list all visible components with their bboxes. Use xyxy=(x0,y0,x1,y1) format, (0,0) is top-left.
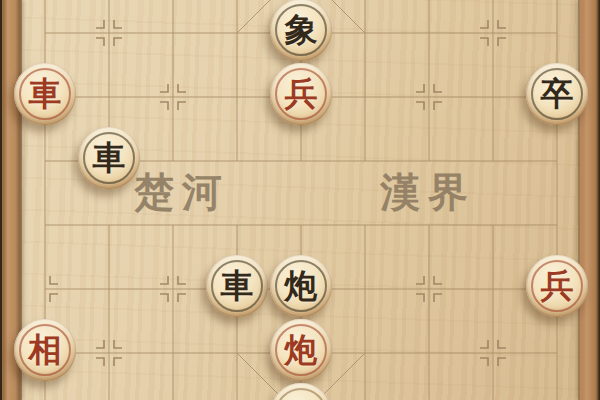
xiangqi-app-screen: 楚河 漢界 象車兵卒車車炮兵相炮 xyxy=(0,0,600,400)
piece-glyph: 兵 xyxy=(285,77,318,110)
piece-black-soldier-i4[interactable]: 卒 xyxy=(526,63,588,125)
piece-red-minister-a8[interactable]: 相 xyxy=(14,319,76,381)
piece-unknown-partial-piece-e9[interactable] xyxy=(270,383,332,400)
piece-black-cannon-e7[interactable]: 炮 xyxy=(270,255,332,317)
piece-glyph: 車 xyxy=(221,269,254,302)
piece-red-soldier-e4[interactable]: 兵 xyxy=(270,63,332,125)
xiangqi-board[interactable]: 楚河 漢界 象車兵卒車車炮兵相炮 xyxy=(0,0,600,400)
piece-glyph: 相 xyxy=(29,333,62,366)
piece-glyph: 象 xyxy=(285,13,318,46)
pieces-layer: 象車兵卒車車炮兵相炮 xyxy=(0,0,600,400)
piece-glyph: 車 xyxy=(29,77,62,110)
piece-glyph: 炮 xyxy=(285,269,318,302)
piece-glyph: 車 xyxy=(93,141,126,174)
piece-glyph: 卒 xyxy=(541,77,574,110)
piece-red-cannon-e8[interactable]: 炮 xyxy=(270,319,332,381)
piece-red-soldier-i7[interactable]: 兵 xyxy=(526,255,588,317)
piece-glyph: 炮 xyxy=(285,333,318,366)
piece-red-chariot-a4[interactable]: 車 xyxy=(14,63,76,125)
piece-glyph: 兵 xyxy=(541,269,574,302)
piece-black-chariot-b5[interactable]: 車 xyxy=(78,127,140,189)
piece-black-elephant-e3[interactable]: 象 xyxy=(270,0,332,61)
piece-black-chariot-d7[interactable]: 車 xyxy=(206,255,268,317)
